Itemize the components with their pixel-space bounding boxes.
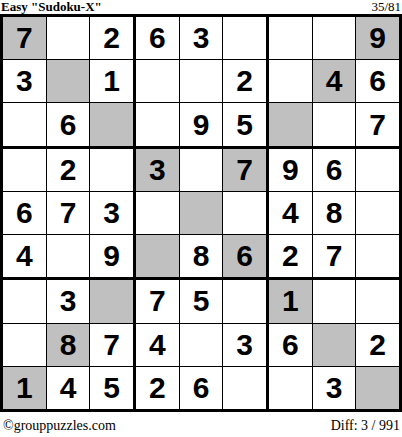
cell-r1c2[interactable] — [47, 17, 90, 59]
cell-r1c5[interactable]: 3 — [180, 17, 223, 59]
cell-r3c4[interactable] — [136, 103, 179, 145]
cell-r6c8[interactable]: 7 — [313, 235, 356, 277]
cell-r4c1[interactable] — [3, 149, 46, 191]
cell-r2c7[interactable] — [269, 60, 312, 102]
cell-r1c3[interactable]: 2 — [90, 17, 133, 59]
cell-r8c5[interactable] — [180, 324, 223, 366]
cell-r4c5[interactable] — [180, 149, 223, 191]
box-7: 387145 — [3, 280, 133, 409]
cell-r8c3[interactable]: 7 — [90, 324, 133, 366]
cell-r7c2[interactable]: 3 — [47, 280, 90, 322]
cell-r2c9[interactable]: 6 — [356, 60, 399, 102]
cell-r9c9[interactable] — [356, 367, 399, 409]
cell-r1c6[interactable] — [223, 17, 266, 59]
box-4: 267349 — [3, 149, 133, 278]
puzzle-title: Easy "Sudoku-X" — [1, 0, 102, 15]
cell-r9c6[interactable] — [223, 367, 266, 409]
cell-r3c3[interactable] — [90, 103, 133, 145]
cell-r7c5[interactable]: 5 — [180, 280, 223, 322]
cell-r5c9[interactable] — [356, 192, 399, 234]
cell-r2c2[interactable] — [47, 60, 90, 102]
cell-r5c7[interactable]: 4 — [269, 192, 312, 234]
cell-r9c5[interactable]: 6 — [180, 367, 223, 409]
cell-r7c9[interactable] — [356, 280, 399, 322]
cell-r3c5[interactable]: 9 — [180, 103, 223, 145]
cell-r1c1[interactable]: 7 — [3, 17, 46, 59]
cell-r1c9[interactable]: 9 — [356, 17, 399, 59]
cell-r8c8[interactable] — [313, 324, 356, 366]
cell-r6c7[interactable]: 2 — [269, 235, 312, 277]
cell-r5c8[interactable]: 8 — [313, 192, 356, 234]
cell-r9c3[interactable]: 5 — [90, 367, 133, 409]
cell-r4c9[interactable] — [356, 149, 399, 191]
cell-r6c1[interactable]: 4 — [3, 235, 46, 277]
cell-r9c8[interactable]: 3 — [313, 367, 356, 409]
box-5: 3786 — [136, 149, 266, 278]
cell-r6c5[interactable]: 8 — [180, 235, 223, 277]
cell-r4c4[interactable]: 3 — [136, 149, 179, 191]
cell-r5c1[interactable]: 6 — [3, 192, 46, 234]
cell-r7c4[interactable]: 7 — [136, 280, 179, 322]
cell-r2c3[interactable]: 1 — [90, 60, 133, 102]
cell-r6c3[interactable]: 9 — [90, 235, 133, 277]
cell-r1c4[interactable]: 6 — [136, 17, 179, 59]
cell-r7c7[interactable]: 1 — [269, 280, 312, 322]
cell-r4c8[interactable]: 6 — [313, 149, 356, 191]
cell-r6c6[interactable]: 6 — [223, 235, 266, 277]
box-3: 9467 — [269, 17, 399, 146]
cell-r4c2[interactable]: 2 — [47, 149, 90, 191]
cell-r2c8[interactable]: 4 — [313, 60, 356, 102]
cell-r9c2[interactable]: 4 — [47, 367, 90, 409]
cell-r1c7[interactable] — [269, 17, 312, 59]
cell-r2c5[interactable] — [180, 60, 223, 102]
cell-r5c2[interactable]: 7 — [47, 192, 90, 234]
cell-r9c7[interactable] — [269, 367, 312, 409]
cell-r2c1[interactable]: 3 — [3, 60, 46, 102]
cell-r4c7[interactable]: 9 — [269, 149, 312, 191]
cell-r1c8[interactable] — [313, 17, 356, 59]
cell-r7c6[interactable] — [223, 280, 266, 322]
puzzle-header: Easy "Sudoku-X" 35/81 — [0, 0, 402, 14]
cell-r3c1[interactable] — [3, 103, 46, 145]
difficulty-text: Diff: 3 / 991 — [331, 418, 400, 434]
box-6: 964827 — [269, 149, 399, 278]
sudoku-board: 7231663295946726734937869648273871457543… — [0, 14, 402, 412]
cell-r4c3[interactable] — [90, 149, 133, 191]
box-1: 72316 — [3, 17, 133, 146]
cell-r6c9[interactable] — [356, 235, 399, 277]
box-2: 63295 — [136, 17, 266, 146]
cell-r3c7[interactable] — [269, 103, 312, 145]
cell-r3c6[interactable]: 5 — [223, 103, 266, 145]
cell-r5c4[interactable] — [136, 192, 179, 234]
cell-r7c8[interactable] — [313, 280, 356, 322]
cell-r9c1[interactable]: 1 — [3, 367, 46, 409]
progress-counter: 35/81 — [371, 0, 401, 15]
cell-r4c6[interactable]: 7 — [223, 149, 266, 191]
cell-r8c1[interactable] — [3, 324, 46, 366]
cell-r3c9[interactable]: 7 — [356, 103, 399, 145]
copyright-text: ©grouppuzzles.com — [3, 418, 116, 434]
cell-r2c6[interactable]: 2 — [223, 60, 266, 102]
cell-r5c6[interactable] — [223, 192, 266, 234]
cell-r5c3[interactable]: 3 — [90, 192, 133, 234]
cell-r3c2[interactable]: 6 — [47, 103, 90, 145]
cell-r9c4[interactable]: 2 — [136, 367, 179, 409]
cell-r6c2[interactable] — [47, 235, 90, 277]
cell-r8c6[interactable]: 3 — [223, 324, 266, 366]
cell-r3c8[interactable] — [313, 103, 356, 145]
cell-r6c4[interactable] — [136, 235, 179, 277]
cell-r5c5[interactable] — [180, 192, 223, 234]
cell-r8c2[interactable]: 8 — [47, 324, 90, 366]
cell-r2c4[interactable] — [136, 60, 179, 102]
box-9: 1623 — [269, 280, 399, 409]
cell-r8c7[interactable]: 6 — [269, 324, 312, 366]
box-8: 754326 — [136, 280, 266, 409]
puzzle-footer: ©grouppuzzles.com Diff: 3 / 991 — [0, 412, 402, 437]
cell-r7c1[interactable] — [3, 280, 46, 322]
cell-r7c3[interactable] — [90, 280, 133, 322]
cell-r8c4[interactable]: 4 — [136, 324, 179, 366]
cell-r8c9[interactable]: 2 — [356, 324, 399, 366]
